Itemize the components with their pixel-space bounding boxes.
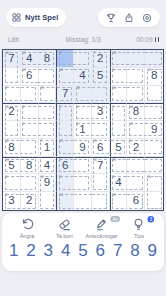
cell-digit: 1	[79, 124, 85, 136]
cage-sum: 9	[59, 105, 61, 109]
cell-digit: 4	[115, 177, 121, 189]
board-cell[interactable]: 16	[56, 192, 74, 210]
sudoku-board: 1671248872131361045914891371210102899391…	[2, 49, 164, 211]
cell-digit: 9	[79, 142, 85, 154]
board-cell[interactable]	[92, 192, 110, 210]
board-cell[interactable]: 102	[3, 103, 21, 121]
board-cell[interactable]: 9	[110, 68, 128, 86]
board-cell[interactable]	[145, 192, 163, 210]
new-game-button[interactable]: Nytt Spel	[6, 8, 66, 27]
board-cell[interactable]: 10	[56, 68, 74, 86]
cage-sum: 16	[40, 175, 44, 179]
board-cell[interactable]: 2	[21, 192, 39, 210]
cage-sum: 16	[5, 51, 9, 55]
cage-sum: 10	[147, 175, 151, 179]
board-cell[interactable]	[92, 86, 110, 104]
board-cell[interactable]	[39, 103, 57, 121]
board-cell[interactable]: 10	[110, 86, 128, 104]
board-cell[interactable]	[127, 50, 145, 68]
board-cell[interactable]	[39, 121, 57, 139]
cell-digit: 4	[26, 53, 32, 65]
status-bar: Lätt Misstag: 1/3 00:09	[0, 36, 166, 46]
cage-sum: 10	[112, 86, 116, 90]
cell-digit: 3	[97, 106, 103, 118]
grid-icon	[12, 13, 21, 22]
board-cell[interactable]	[39, 192, 57, 210]
cell-digit: 7	[62, 88, 68, 100]
board-cell[interactable]: 53	[3, 192, 21, 210]
board-cell[interactable]: 116	[92, 139, 110, 157]
cage-sum: 8	[22, 105, 24, 109]
cage-sum: 12	[129, 105, 133, 109]
cell-digit: 4	[44, 160, 50, 172]
board-cell[interactable]: 10	[145, 174, 163, 192]
pencil-icon	[95, 218, 108, 231]
board-cell[interactable]	[21, 86, 39, 104]
cage-sum: 8	[5, 175, 7, 179]
board-cell[interactable]	[3, 68, 21, 86]
hint-count-badge: 3	[148, 216, 154, 222]
board-cell[interactable]: 51	[39, 139, 57, 157]
hint-button[interactable]: 3 Tips	[122, 218, 156, 239]
board-cell[interactable]	[21, 139, 39, 157]
board-cell[interactable]	[39, 68, 57, 86]
board-cell[interactable]: 5	[92, 68, 110, 86]
board-cell[interactable]: 13	[110, 192, 128, 210]
board-cell[interactable]: 9	[74, 139, 92, 157]
cage-sum: 12	[76, 86, 80, 90]
cell-digit: 8	[133, 106, 139, 118]
cage-sum: 9	[112, 175, 114, 179]
cage-sum: 9	[129, 139, 131, 143]
cage-sum: 9	[59, 175, 61, 179]
cage-sum: 13	[40, 86, 44, 90]
cage-sum: 9	[5, 86, 7, 90]
board-cell[interactable]: 13	[110, 50, 128, 68]
cell-digit: 6	[97, 142, 103, 154]
cell-digit: 6	[62, 160, 68, 172]
cage-sum: 12	[22, 51, 26, 55]
numpad-5[interactable]: 5	[78, 241, 87, 261]
board-cell[interactable]: 81	[74, 121, 92, 139]
cell-digit: 9	[44, 177, 50, 189]
cell-digit: 5	[97, 70, 103, 82]
cell-digit: 8	[26, 160, 32, 172]
board-cell[interactable]: 9	[145, 121, 163, 139]
board-cell[interactable]	[56, 121, 74, 139]
erase-button[interactable]: Ta bort	[47, 218, 81, 239]
board-cell[interactable]: 169	[39, 174, 57, 192]
board-cell[interactable]: 72	[92, 50, 110, 68]
board-cell[interactable]: 9	[74, 103, 92, 121]
board-cell[interactable]: 118	[3, 139, 21, 157]
cage-sum: 10	[5, 105, 9, 109]
board-cell[interactable]: 94	[110, 174, 128, 192]
board-cell[interactable]: 8	[21, 157, 39, 175]
share-icon[interactable]	[124, 13, 134, 23]
undo-icon	[21, 218, 34, 231]
number-pad: 123456789	[2, 239, 164, 261]
board-cell[interactable]: 136	[21, 68, 39, 86]
board-cell[interactable]: 4	[74, 68, 92, 86]
cage-sum: 8	[76, 122, 78, 126]
hint-label: Tips	[134, 233, 144, 239]
board-cell[interactable]: 148	[145, 68, 163, 86]
board-cell[interactable]: 9	[56, 103, 74, 121]
cage-sum: 9	[112, 68, 114, 72]
numpad-9[interactable]: 9	[148, 241, 157, 261]
board-cell[interactable]	[74, 50, 92, 68]
cage-sum: 11	[5, 139, 9, 143]
board-cell[interactable]: 5	[110, 139, 128, 157]
lightbulb-icon	[132, 218, 145, 231]
cage-sum: 13	[112, 51, 116, 55]
cage-sum: 13	[129, 122, 133, 126]
cage-sum: 5	[5, 193, 7, 197]
erase-label: Ta bort	[56, 233, 73, 239]
board-cell[interactable]: 3	[92, 103, 110, 121]
cell-digit: 6	[133, 195, 139, 207]
numpad-4[interactable]: 4	[61, 241, 70, 261]
board-cell[interactable]	[92, 174, 110, 192]
new-game-label: Nytt Spel	[25, 13, 58, 22]
board-cell[interactable]: 96	[56, 157, 74, 175]
timer: 00:09	[136, 36, 152, 43]
board-cell[interactable]: 7	[56, 86, 74, 104]
cell-digit: 5	[115, 142, 121, 154]
board-cell[interactable]	[74, 192, 92, 210]
numpad-7[interactable]: 7	[113, 241, 122, 261]
trophy-icon[interactable]	[106, 13, 116, 23]
cage-sum: 7	[93, 51, 95, 55]
board-cell[interactable]	[74, 174, 92, 192]
board-cell[interactable]	[21, 174, 39, 192]
board-cell[interactable]: 6	[127, 192, 145, 210]
undo-label: Ångra	[20, 233, 35, 239]
board-cell[interactable]: 15	[110, 157, 128, 175]
cell-digit: 1	[44, 142, 50, 154]
board-cell[interactable]: 8	[21, 103, 39, 121]
board-cell[interactable]: 9	[110, 103, 128, 121]
board-cell[interactable]	[145, 86, 163, 104]
notes-toggle-badge: Av	[110, 216, 120, 222]
cell-digit: 2	[97, 53, 103, 65]
cage-sum: 13	[59, 139, 63, 143]
cage-sum: 7	[22, 122, 24, 126]
cage-sum: 13	[22, 68, 26, 72]
board-cell[interactable]: 8	[39, 50, 57, 68]
settings-icon[interactable]	[142, 13, 152, 23]
board-cell[interactable]: 4	[39, 157, 57, 175]
numpad-2[interactable]: 2	[26, 241, 35, 261]
cell-digit: 2	[133, 142, 139, 154]
cell-digit: 8	[8, 142, 14, 154]
board-cell[interactable]: 7	[21, 121, 39, 139]
board-cell[interactable]	[145, 50, 163, 68]
board-cell[interactable]	[127, 174, 145, 192]
cage-sum: 15	[112, 158, 116, 162]
board-cell[interactable]	[145, 139, 163, 157]
eraser-icon	[58, 218, 71, 231]
cage-sum: 13	[112, 193, 116, 197]
cell-digit: 2	[26, 195, 32, 207]
board-cell[interactable]	[145, 157, 163, 175]
cell-digit: 6	[26, 70, 32, 82]
cage-sum: 9	[59, 158, 61, 162]
board-cell[interactable]: 13	[39, 86, 57, 104]
cage-sum: 9	[112, 105, 114, 109]
board-cell[interactable]: 128	[127, 103, 145, 121]
board-cell[interactable]: 135	[3, 157, 21, 175]
cell-digit: 4	[79, 70, 85, 82]
board-cell[interactable]: 9	[3, 86, 21, 104]
numpad-1[interactable]: 1	[9, 241, 18, 261]
board-cell[interactable]: 12	[74, 86, 92, 104]
cage-sum: 8	[59, 51, 61, 55]
numpad-8[interactable]: 8	[130, 241, 139, 261]
cage-sum: 10	[59, 68, 63, 72]
board-cell[interactable]	[110, 121, 128, 139]
cage-sum: 14	[147, 68, 151, 72]
board-cell[interactable]: 124	[21, 50, 39, 68]
board-cell[interactable]: 13	[56, 139, 74, 157]
board-cell[interactable]: 92	[127, 139, 145, 157]
notes-button[interactable]: Av Anteckningar	[85, 218, 119, 239]
controls-card: Ångra Ta bort Av	[2, 213, 164, 271]
cage-sum: 11	[93, 139, 97, 143]
board-cell[interactable]: 127	[92, 157, 110, 175]
cell-digit: 7	[97, 160, 103, 172]
cell-digit: 3	[8, 195, 14, 207]
cage-sum: 5	[40, 139, 42, 143]
board-cell[interactable]: 167	[3, 50, 21, 68]
board-cell[interactable]: 8	[3, 174, 21, 192]
pause-button[interactable]	[155, 37, 159, 42]
board-cell[interactable]	[127, 68, 145, 86]
board-cell[interactable]	[127, 86, 145, 104]
cell-digit: 8	[44, 53, 50, 65]
board-cell[interactable]	[92, 121, 110, 139]
board-cell[interactable]	[3, 121, 21, 139]
board-cell[interactable]: 13	[127, 121, 145, 139]
notes-label: Anteckningar	[86, 233, 118, 239]
cage-sum: 12	[93, 158, 97, 162]
undo-button[interactable]: Ångra	[10, 218, 44, 239]
board-cell[interactable]	[74, 157, 92, 175]
numpad-3[interactable]: 3	[44, 241, 53, 261]
cell-digit: 9	[151, 124, 157, 136]
board-cell[interactable]	[145, 103, 163, 121]
header-actions	[98, 8, 160, 27]
board-cell[interactable]	[127, 157, 145, 175]
cage-sum: 16	[59, 193, 63, 197]
cage-sum: 9	[76, 105, 78, 109]
cage-sum: 13	[5, 158, 9, 162]
cell-digit: 8	[151, 70, 157, 82]
board-cell[interactable]: 9	[56, 174, 74, 192]
board-cell[interactable]: 8	[56, 50, 74, 68]
numpad-6[interactable]: 6	[96, 241, 105, 261]
